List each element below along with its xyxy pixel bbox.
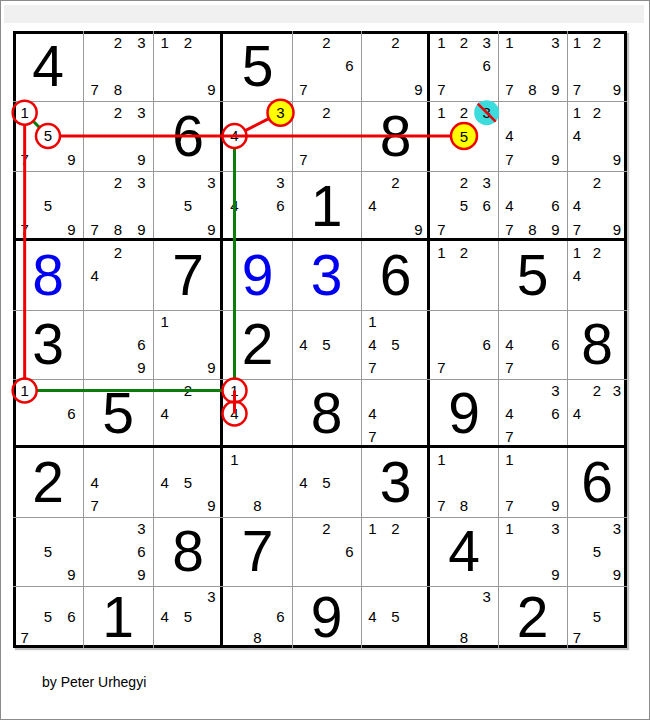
candidate-7: 7: [498, 356, 521, 379]
thin-vline: [498, 31, 499, 648]
candidate-9: 9: [60, 563, 83, 586]
candidate-2: 2: [453, 171, 476, 194]
candidate-7: 7: [430, 356, 453, 379]
candidate-3: 3: [130, 101, 153, 124]
cell-r9c4[interactable]: 68: [223, 586, 292, 648]
candidate-4: 4: [567, 124, 587, 147]
cell-r4c6[interactable]: 6: [361, 241, 430, 310]
given-digit: 1: [292, 171, 361, 241]
candidate-4: 4: [498, 402, 521, 425]
cell-r9c2[interactable]: 1: [83, 586, 153, 648]
candidate-1: 1: [498, 448, 521, 471]
given-digit: 5: [223, 31, 292, 101]
cell-r6c2[interactable]: 5: [83, 379, 153, 448]
candidate-8: 8: [521, 78, 544, 101]
candidate-2: 2: [384, 31, 407, 54]
candidate-4: 4: [83, 471, 106, 494]
cell-r2c8[interactable]: 479: [498, 101, 567, 171]
candidate-6: 6: [269, 607, 292, 628]
candidate-6: 6: [544, 194, 567, 217]
thin-vline: [292, 31, 293, 648]
cell-r6c7[interactable]: 9: [430, 379, 498, 448]
given-digit: 9: [430, 379, 498, 448]
candidate-2: 2: [587, 171, 607, 194]
candidate-7: 7: [292, 78, 315, 101]
top-bar: [4, 5, 644, 23]
candidate-7: 7: [498, 148, 521, 171]
candidate-6: 6: [60, 607, 83, 628]
candidate-4: 4: [361, 194, 384, 217]
candidate-4: 4: [223, 194, 246, 217]
candidate-2: 2: [106, 171, 129, 194]
cell-r9c7[interactable]: 38: [430, 586, 498, 648]
cell-r7c2[interactable]: 47: [83, 448, 153, 517]
candidate-4: 4: [153, 471, 176, 494]
cell-r3c4[interactable]: 346: [223, 171, 292, 241]
candidate-6: 6: [544, 402, 567, 425]
candidate-1: 1: [223, 448, 246, 471]
candidate-7: 7: [498, 494, 521, 517]
cell-r1c4[interactable]: 5: [223, 31, 292, 101]
given-digit: 3: [13, 310, 83, 379]
candidate-8: 8: [453, 627, 476, 648]
candidate-7: 7: [361, 356, 384, 379]
candidate-4: 4: [361, 333, 384, 356]
candidate-1: 1: [361, 517, 384, 540]
candidate-2: 2: [106, 101, 129, 124]
cell-r2c4[interactable]: 34: [223, 101, 292, 171]
cell-r1c3[interactable]: 129: [153, 31, 223, 101]
candidate-5: 5: [36, 540, 59, 563]
candidate-7: 7: [83, 494, 106, 517]
cell-r7c8[interactable]: 179: [498, 448, 567, 517]
candidate-3: 3: [607, 379, 627, 402]
cell-r8c4[interactable]: 7: [223, 517, 292, 586]
thin-hline: [13, 379, 627, 380]
candidate-2: 2: [106, 241, 129, 264]
given-digit: 7: [223, 517, 292, 586]
candidate-5: 5: [315, 333, 338, 356]
cell-r4c2[interactable]: 24: [83, 241, 153, 310]
candidate-9: 9: [607, 563, 627, 586]
cell-r2c9[interactable]: 1249: [567, 101, 627, 171]
thin-vline: [361, 31, 362, 648]
cell-r3c1[interactable]: 579: [13, 171, 83, 241]
candidate-5: 5: [587, 540, 607, 563]
candidate-2: 2: [384, 517, 407, 540]
cell-r1c5[interactable]: 267: [292, 31, 361, 101]
candidate-3: 3: [475, 31, 498, 54]
candidate-1: 1: [567, 241, 587, 264]
candidate-2: 2: [453, 101, 476, 124]
cell-r5c9[interactable]: 8: [567, 310, 627, 379]
thin-vline: [567, 31, 568, 648]
candidate-2: 2: [106, 31, 129, 54]
candidate-9: 9: [607, 148, 627, 171]
candidate-4: 4: [361, 607, 384, 628]
candidate-1: 1: [13, 101, 36, 124]
candidate-4: 4: [567, 264, 587, 287]
candidate-3: 3: [475, 586, 498, 607]
candidate-5: 5: [176, 194, 199, 217]
candidate-9: 9: [544, 78, 567, 101]
candidate-5: 5: [176, 471, 199, 494]
cell-r9c9[interactable]: 57: [567, 586, 627, 648]
cell-r5c1[interactable]: 3: [13, 310, 83, 379]
cell-r6c1[interactable]: 16: [13, 379, 83, 448]
candidate-3: 3: [130, 31, 153, 54]
candidate-4: 4: [498, 333, 521, 356]
candidate-6: 6: [475, 333, 498, 356]
candidate-8: 8: [246, 494, 269, 517]
candidate-2: 2: [453, 31, 476, 54]
given-digit: 5: [498, 241, 567, 310]
cell-r3c3[interactable]: 359: [153, 171, 223, 241]
cell-r7c7[interactable]: 178: [430, 448, 498, 517]
thin-hline: [13, 171, 627, 172]
thin-hline: [13, 101, 627, 102]
cell-r5c7[interactable]: 67: [430, 310, 498, 379]
cell-r8c2[interactable]: 369: [83, 517, 153, 586]
candidate-4: 4: [83, 264, 106, 287]
candidate-7: 7: [292, 148, 315, 171]
candidate-6: 6: [130, 540, 153, 563]
thin-vline: [83, 31, 84, 648]
candidate-2: 2: [315, 31, 338, 54]
given-digit: 8: [292, 379, 361, 448]
cell-r6c3[interactable]: 24: [153, 379, 223, 448]
cell-r1c9[interactable]: 1279: [567, 31, 627, 101]
cell-r5c2[interactable]: 69: [83, 310, 153, 379]
given-digit: 2: [13, 448, 83, 517]
candidate-9: 9: [544, 148, 567, 171]
sudoku-app: 4237812952672912367137891279157923963427…: [0, 0, 650, 720]
candidate-2: 2: [587, 241, 607, 264]
candidate-4: 4: [153, 402, 176, 425]
cell-r9c6[interactable]: 45: [361, 586, 430, 648]
candidate-4: 4: [361, 402, 384, 425]
candidate-2: 2: [453, 241, 476, 264]
thick-hline: [13, 238, 627, 241]
thick-vline: [427, 31, 430, 648]
solved-digit: 9: [223, 241, 292, 310]
cell-r1c6[interactable]: 29: [361, 31, 430, 101]
candidate-9: 9: [130, 356, 153, 379]
candidate-5: 5: [315, 471, 338, 494]
cell-r5c4[interactable]: 2: [223, 310, 292, 379]
candidate-1: 1: [13, 379, 36, 402]
candidate-4: 4: [223, 402, 246, 425]
candidate-5: 5: [384, 333, 407, 356]
cell-r8c8[interactable]: 139: [498, 517, 567, 586]
cell-r3c2[interactable]: 23789: [83, 171, 153, 241]
candidate-2: 2: [587, 31, 607, 54]
cell-r4c8[interactable]: 5: [498, 241, 567, 310]
candidate-3: 3: [269, 101, 292, 124]
candidate-2: 2: [176, 31, 199, 54]
candidate-1: 1: [567, 31, 587, 54]
cell-r9c3[interactable]: 345: [153, 586, 223, 648]
given-digit: 8: [153, 517, 223, 586]
cell-r8c6[interactable]: 12: [361, 517, 430, 586]
cell-r5c6[interactable]: 1457: [361, 310, 430, 379]
candidate-5: 5: [587, 607, 607, 628]
cell-r6c6[interactable]: 47: [361, 379, 430, 448]
solved-digit: 3: [292, 241, 361, 310]
cell-r2c6[interactable]: 8: [361, 101, 430, 171]
cell-r7c4[interactable]: 18: [223, 448, 292, 517]
thick-hline: [13, 445, 627, 448]
candidate-7: 7: [567, 627, 587, 648]
cell-r8c9[interactable]: 359: [567, 517, 627, 586]
given-digit: 8: [361, 101, 430, 171]
solved-digit: 8: [13, 241, 83, 310]
candidate-1: 1: [153, 31, 176, 54]
thin-hline: [13, 586, 627, 587]
cell-r4c7[interactable]: 12: [430, 241, 498, 310]
cell-r6c8[interactable]: 3467: [498, 379, 567, 448]
candidate-8: 8: [453, 494, 476, 517]
candidate-6: 6: [475, 194, 498, 217]
given-digit: 4: [430, 517, 498, 586]
candidate-3: 3: [475, 101, 498, 124]
candidate-9: 9: [607, 78, 627, 101]
candidate-8: 8: [246, 627, 269, 648]
cell-r4c4[interactable]: 9: [223, 241, 292, 310]
candidate-1: 1: [223, 379, 246, 402]
cell-r3c7[interactable]: 23567: [430, 171, 498, 241]
cell-r7c3[interactable]: 459: [153, 448, 223, 517]
candidate-4: 4: [498, 124, 521, 147]
candidate-2: 2: [384, 171, 407, 194]
cell-r1c2[interactable]: 2378: [83, 31, 153, 101]
cell-r7c1[interactable]: 2: [13, 448, 83, 517]
cell-r7c5[interactable]: 45: [292, 448, 361, 517]
candidate-7: 7: [498, 78, 521, 101]
thin-hline: [13, 310, 627, 311]
candidate-1: 1: [361, 310, 384, 333]
candidate-7: 7: [13, 148, 36, 171]
cell-r1c7[interactable]: 12367: [430, 31, 498, 101]
given-digit: 4: [13, 31, 83, 101]
given-digit: 2: [223, 310, 292, 379]
candidate-4: 4: [223, 124, 246, 147]
candidate-1: 1: [430, 31, 453, 54]
candidate-2: 2: [176, 379, 199, 402]
given-digit: 6: [361, 241, 430, 310]
cell-r3c9[interactable]: 2479: [567, 171, 627, 241]
candidate-7: 7: [13, 627, 36, 648]
candidate-2: 2: [315, 101, 338, 124]
cell-r2c5[interactable]: 27: [292, 101, 361, 171]
cell-r6c5[interactable]: 8: [292, 379, 361, 448]
candidate-6: 6: [475, 54, 498, 77]
cell-r7c9[interactable]: 6: [567, 448, 627, 517]
candidate-3: 3: [607, 517, 627, 540]
cell-r4c5[interactable]: 3: [292, 241, 361, 310]
candidate-5: 5: [36, 607, 59, 628]
cell-r7c6[interactable]: 3: [361, 448, 430, 517]
given-digit: 6: [567, 448, 627, 517]
given-digit: 6: [153, 101, 223, 171]
candidate-3: 3: [544, 517, 567, 540]
candidate-1: 1: [498, 31, 521, 54]
candidate-9: 9: [130, 563, 153, 586]
candidate-2: 2: [587, 101, 607, 124]
credit-text: by Peter Urhegyi: [42, 674, 146, 690]
candidate-6: 6: [544, 333, 567, 356]
cell-r4c3[interactable]: 7: [153, 241, 223, 310]
cell-r1c8[interactable]: 13789: [498, 31, 567, 101]
given-digit: 1: [83, 586, 153, 648]
candidate-3: 3: [544, 379, 567, 402]
candidate-3: 3: [475, 171, 498, 194]
thin-vline: [153, 31, 154, 648]
cell-r1c1[interactable]: 4: [13, 31, 83, 101]
cell-r5c8[interactable]: 467: [498, 310, 567, 379]
candidate-4: 4: [498, 194, 521, 217]
given-digit: 3: [361, 448, 430, 517]
cell-r9c8[interactable]: 2: [498, 586, 567, 648]
candidate-8: 8: [106, 78, 129, 101]
candidate-3: 3: [544, 31, 567, 54]
cell-r8c1[interactable]: 59: [13, 517, 83, 586]
given-digit: 7: [153, 241, 223, 310]
thin-hline: [13, 517, 627, 518]
cell-r8c3[interactable]: 8: [153, 517, 223, 586]
given-digit: 9: [292, 586, 361, 648]
given-digit: 5: [83, 379, 153, 448]
candidate-7: 7: [567, 78, 587, 101]
candidate-4: 4: [153, 607, 176, 628]
candidate-5: 5: [176, 607, 199, 628]
candidate-6: 6: [338, 54, 361, 77]
candidate-1: 1: [153, 310, 176, 333]
cell-r3c5[interactable]: 1: [292, 171, 361, 241]
candidate-1: 1: [498, 517, 521, 540]
cell-r2c3[interactable]: 6: [153, 101, 223, 171]
cell-r3c8[interactable]: 46789: [498, 171, 567, 241]
cell-r2c7[interactable]: 1235: [430, 101, 498, 171]
cell-r8c5[interactable]: 26: [292, 517, 361, 586]
candidate-4: 4: [292, 333, 315, 356]
candidate-9: 9: [60, 148, 83, 171]
candidate-5: 5: [384, 607, 407, 628]
candidate-7: 7: [430, 78, 453, 101]
candidate-3: 3: [130, 517, 153, 540]
candidate-1: 1: [430, 101, 453, 124]
candidate-2: 2: [587, 379, 607, 402]
candidate-5: 5: [36, 194, 59, 217]
candidate-4: 4: [567, 402, 587, 425]
cell-r6c4[interactable]: 14: [223, 379, 292, 448]
candidate-4: 4: [292, 471, 315, 494]
candidate-7: 7: [430, 494, 453, 517]
candidate-2: 2: [315, 517, 338, 540]
candidate-9: 9: [544, 494, 567, 517]
candidate-5: 5: [453, 124, 476, 147]
cell-r6c9[interactable]: 234: [567, 379, 627, 448]
cell-r4c1[interactable]: 8: [13, 241, 83, 310]
cell-r5c5[interactable]: 45: [292, 310, 361, 379]
given-digit: 8: [567, 310, 627, 379]
candidate-6: 6: [269, 194, 292, 217]
cell-r4c9[interactable]: 124: [567, 241, 627, 310]
candidate-9: 9: [130, 148, 153, 171]
candidate-3: 3: [130, 171, 153, 194]
candidate-1: 1: [430, 448, 453, 471]
candidate-1: 1: [430, 241, 453, 264]
cell-r2c1[interactable]: 1579: [13, 101, 83, 171]
cell-r9c5[interactable]: 9: [292, 586, 361, 648]
cell-r3c6[interactable]: 249: [361, 171, 430, 241]
candidate-9: 9: [544, 563, 567, 586]
given-digit: 2: [498, 586, 567, 648]
candidate-6: 6: [60, 402, 83, 425]
cell-r5c3[interactable]: 19: [153, 310, 223, 379]
candidate-7: 7: [83, 78, 106, 101]
candidate-5: 5: [36, 124, 59, 147]
cell-r9c1[interactable]: 567: [13, 586, 83, 648]
thick-vline: [220, 31, 223, 648]
cell-r8c7[interactable]: 4: [430, 517, 498, 586]
candidate-4: 4: [567, 194, 587, 217]
candidate-6: 6: [130, 333, 153, 356]
cell-r2c2[interactable]: 239: [83, 101, 153, 171]
candidate-1: 1: [567, 101, 587, 124]
candidate-3: 3: [269, 171, 292, 194]
candidate-6: 6: [338, 540, 361, 563]
candidate-5: 5: [453, 194, 476, 217]
